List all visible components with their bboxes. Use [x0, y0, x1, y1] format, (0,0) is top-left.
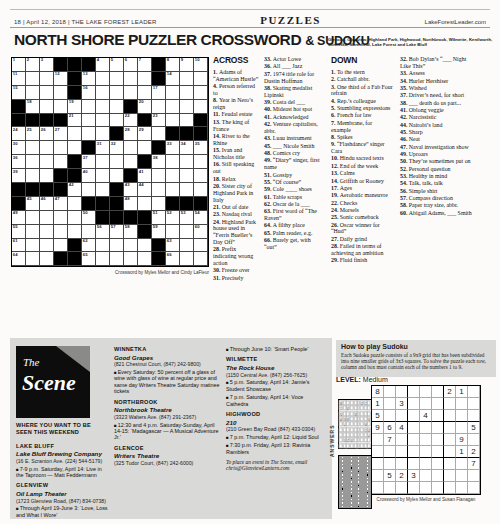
clue: 12. End of the week	[331, 163, 393, 170]
sudoku-empty-cell	[456, 398, 468, 410]
mini-answer-cell	[362, 466, 364, 469]
scene-city: LAKE BLUFF	[16, 443, 108, 450]
clue: 33. Actor Lowe	[264, 56, 323, 63]
sudoku-empty-cell	[372, 458, 384, 470]
clue: 20. Sister city of Highland Park in Ital…	[213, 183, 261, 204]
sudoku-given-cell: 2	[396, 470, 408, 482]
sudoku-empty-cell	[432, 470, 444, 482]
crossword-cell	[40, 100, 54, 114]
mini-answer-cell	[344, 473, 346, 476]
crossword-black-cell	[40, 183, 54, 197]
clue: 6. French for law	[331, 112, 393, 119]
mini-answer-cell	[348, 470, 350, 473]
crossword-cell: 43	[124, 183, 138, 197]
crossword-cell: 18	[26, 100, 40, 114]
mini-answer-cell	[341, 480, 343, 483]
mini-answer-cell	[339, 463, 341, 466]
scene-section: GLENVIEWOil Lamp Theater(1723 Glenview R…	[16, 482, 108, 518]
clue: 60. Abigail Adams, ___ Smith	[400, 210, 475, 217]
clue: 54. Talk, talk, talk	[400, 180, 475, 187]
mini-answer-cell	[348, 459, 350, 462]
clue: 38. Skating medalist Lipinski	[264, 85, 323, 99]
scene-event-item: 7:30 p.m. Friday, April 13: Ravinia Ramb…	[226, 442, 326, 455]
mini-answer-cell	[346, 477, 348, 480]
clue: 46. Neat	[400, 136, 475, 143]
mini-answer-cell	[364, 491, 366, 494]
mini-answer-cell	[344, 459, 346, 462]
sudoku-grid: 8211354964579127523	[371, 385, 481, 495]
crossword-cell	[54, 100, 68, 114]
crossword-cell: 25	[26, 127, 40, 141]
the-scene-logo: The Scene	[16, 346, 90, 418]
mini-answer-cell	[357, 459, 359, 462]
sudoku-empty-cell	[432, 482, 444, 494]
crossword-cell	[40, 169, 54, 183]
scene-venue: Lake Bluff Brewing Company	[16, 450, 108, 457]
mini-answer-cell	[339, 473, 341, 476]
masthead: 18 | April 12, 2018 | THE LAKE FOREST LE…	[14, 14, 486, 26]
mini-answer-cell	[344, 491, 346, 494]
scene-city: HIGHWOOD	[226, 411, 326, 418]
mini-answer-cell	[339, 494, 341, 497]
mini-answer-cell	[362, 463, 364, 466]
clue: 15. Ivan and Nicholas title	[213, 147, 261, 161]
clue: 59. Cole ____ shoes	[264, 186, 323, 193]
crossword-cell: 23	[152, 114, 166, 128]
crossword-cell: 30	[12, 141, 26, 155]
crossword-cell	[68, 225, 82, 239]
logo-scene: Scene	[22, 370, 76, 396]
mini-answer-cell	[357, 480, 359, 483]
mini-answer-cell	[348, 484, 350, 487]
mini-answer-cell	[346, 470, 348, 473]
clue: 1. Adams of “American Hustle”	[213, 69, 261, 83]
crossword-cell	[96, 239, 110, 253]
crossword-cell	[138, 86, 152, 100]
mini-answer-cell	[355, 480, 357, 483]
crossword-cell: 60	[194, 225, 208, 239]
title-crossword: NORTH SHORE PUZZLER CROSSWORD	[14, 31, 301, 49]
mini-answer-cell	[360, 459, 362, 462]
sudoku-empty-cell	[384, 482, 396, 494]
mini-answer-cell	[362, 473, 364, 476]
sudoku-empty-cell	[468, 434, 480, 446]
sudoku-empty-cell	[420, 470, 432, 482]
crossword-black-cell	[54, 114, 68, 128]
mini-answer-cell	[366, 487, 368, 490]
website-url: LakeForestLeader.com	[425, 19, 486, 25]
mini-answer-cell	[350, 505, 352, 508]
scene-address: (3323 Walters Ave. (847) 291-2367)	[114, 414, 220, 420]
mini-answer-cell	[353, 501, 355, 504]
clue: 4. Rep.’s colleague	[331, 98, 393, 105]
clue: 10. Hindu sacred texts	[331, 155, 393, 162]
sudoku-empty-cell	[396, 482, 408, 494]
mini-answer-cell	[341, 505, 343, 508]
mini-answer-cell	[344, 463, 346, 466]
crossword-cell	[124, 72, 138, 86]
crossword-cell	[180, 100, 194, 114]
clue: 36. All ___ Jazz	[264, 63, 323, 70]
mini-answer-cell	[350, 459, 352, 462]
crossword-black-cell	[124, 100, 138, 114]
clue: 8. Year in Nero’s reign	[213, 97, 261, 111]
crossword-cell: 47	[54, 197, 68, 211]
crossword-cell: 14	[166, 72, 180, 86]
sudoku-empty-cell	[408, 482, 420, 494]
mini-answer-cell	[346, 494, 348, 497]
mini-answer-cell	[369, 505, 371, 508]
crossword-cell	[82, 183, 96, 197]
crossword-black-cell	[110, 183, 124, 197]
crossword-black-cell	[124, 169, 138, 183]
clue: 33. Assess	[400, 70, 475, 77]
mini-answer-cell	[346, 466, 348, 469]
crossword-cell: 13	[82, 72, 96, 86]
sudoku-empty-cell	[396, 410, 408, 422]
crossword-cell	[110, 114, 124, 128]
crossword-cell	[54, 155, 68, 169]
sudoku-empty-cell	[372, 434, 384, 446]
crossword-cell	[166, 183, 180, 197]
crossword-black-cell	[166, 127, 180, 141]
crossword-cell	[110, 252, 124, 266]
clue: 52. Personal question	[400, 166, 475, 173]
crossword-cell: 42	[68, 183, 82, 197]
crossword-black-cell	[68, 86, 82, 100]
crossword-cell	[40, 239, 54, 253]
scene-address: (16 E. Scranton Ave. (224) 544-5179)	[16, 458, 108, 464]
clue: 53. Healthy in mind	[400, 173, 475, 180]
crossword-cell	[124, 239, 138, 253]
crossword-black-cell	[96, 211, 110, 225]
crossword-cell	[194, 169, 208, 183]
clue: 4. Person referred to	[213, 83, 261, 97]
crossword-cell: 41	[138, 169, 152, 183]
clue: 55. “Of course”	[264, 179, 323, 186]
crossword-black-cell	[180, 127, 194, 141]
mini-answer-cell	[350, 501, 352, 504]
mini-answer-cell	[346, 487, 348, 490]
mini-answer-cell	[346, 505, 348, 508]
crossword-cell	[124, 86, 138, 100]
sudoku-empty-cell	[444, 446, 456, 458]
crossword-cell	[96, 86, 110, 100]
scene-city: GLENCOE	[114, 445, 220, 452]
crossword-cell: 46	[40, 197, 54, 211]
crossword-cell: 31	[96, 141, 110, 155]
scene-section: HIGHWOOD210(210 Green Bay Road (847) 433…	[226, 411, 326, 455]
crossword-cell	[152, 183, 166, 197]
clue: 29. Fluid finish	[331, 257, 393, 264]
crossword-black-cell	[68, 239, 82, 253]
clue: 49. Uproars	[400, 151, 475, 158]
sudoku-empty-cell	[432, 410, 444, 422]
crossword-cell	[110, 169, 124, 183]
mini-answer-cell	[348, 491, 350, 494]
clue: 19. Aerobatic maneuvre	[331, 192, 393, 199]
crossword-cell: 4	[96, 58, 110, 72]
clue: 44. Nairobi’s land	[400, 122, 475, 129]
crossword-cell	[54, 211, 68, 225]
scene-event-item: 7 p.m. Thursday, April 12: Liquid Soul	[226, 434, 326, 440]
mini-answer-cell	[344, 470, 346, 473]
crossword-cell: 15	[12, 86, 26, 100]
mini-answer-cell	[353, 459, 355, 462]
crossword-cell	[124, 141, 138, 155]
scene-address: (1150 Central Ave. (847) 256-7625)	[226, 372, 326, 378]
sudoku-given-cell: 1	[456, 446, 468, 458]
mini-answer-cell	[360, 487, 362, 490]
sudoku-given-cell: 5	[468, 422, 480, 434]
crossword-black-cell	[12, 114, 26, 128]
sudoku-empty-cell	[444, 410, 456, 422]
crossword-black-cell	[82, 58, 96, 72]
crossword-cell	[166, 169, 180, 183]
scene-event-item: 12:30 and 4 p.m. Saturday-Sunday, April …	[114, 422, 220, 441]
crossword-cell	[138, 72, 152, 86]
scene-event-item: Every Saturday: 50 percent off a glass o…	[114, 369, 220, 395]
sudoku-empty-cell	[408, 446, 420, 458]
mini-answer-cell	[344, 505, 346, 508]
sudoku-empty-cell	[408, 386, 420, 398]
clue: 47. Naval investigation show	[400, 144, 475, 151]
crossword-cell	[96, 155, 110, 169]
crossword-black-cell	[138, 225, 152, 239]
crossword-cell	[96, 72, 110, 86]
clue: 34. Hurler Hershiser	[400, 78, 475, 85]
clue: 13. Calms	[331, 170, 393, 177]
howto-body: Each Sudoku puzzle consists of a 9x9 gri…	[341, 352, 491, 371]
crossword-cell	[26, 169, 40, 183]
crossword-cell: 56	[96, 225, 110, 239]
mini-answer-cell	[355, 487, 357, 490]
scene-venue: 210	[226, 419, 326, 426]
sudoku-empty-cell	[420, 446, 432, 458]
crossword-black-cell	[26, 114, 40, 128]
mini-answer-cell	[353, 498, 355, 501]
crossword-black-cell	[194, 197, 208, 211]
clue: 61. Table scraps	[264, 194, 323, 201]
coverage-cities: Glencoe, Glenview, Highland Park, Highwo…	[328, 37, 496, 48]
scene-section: WINNETKAGood Grapes(821 Chestnut Court, …	[114, 346, 220, 395]
crossword-cell: 22	[124, 114, 138, 128]
mini-answer-cell	[346, 473, 348, 476]
crossword-cell	[68, 211, 82, 225]
sudoku-empty-cell	[456, 458, 468, 470]
sudoku-byline: Crossword by Myles Mellor and Susan Flan…	[360, 497, 492, 502]
crossword-cell	[82, 127, 96, 141]
mini-answer-cell	[355, 459, 357, 462]
mini-answer-cell	[362, 505, 364, 508]
mini-answer-cell	[366, 505, 368, 508]
crossword-cell: 51	[152, 211, 166, 225]
clue: 2. Catchall abbr.	[331, 76, 393, 83]
clue: 26. Oscar winner for “Hud”	[331, 222, 393, 236]
crossword-cell	[194, 86, 208, 100]
mini-answer-cell	[360, 466, 362, 469]
mini-answer-cell	[350, 484, 352, 487]
sudoku-empty-cell	[432, 386, 444, 398]
crossword-cell	[110, 86, 124, 100]
crossword-cell: 45	[26, 197, 40, 211]
sudoku-empty-cell	[408, 458, 420, 470]
crossword-black-cell	[110, 127, 124, 141]
crossword-cell	[96, 183, 110, 197]
clue: 49. “Diary” singer, first name	[264, 157, 323, 171]
mini-answer-cell	[344, 487, 346, 490]
scene-event-item: Through April 19-June 3: ‘Love, Loss and…	[16, 505, 108, 518]
mini-answer-cell	[341, 501, 343, 504]
sudoku-given-cell: 7	[468, 458, 480, 470]
mini-answer-cell	[364, 505, 366, 508]
mini-answer-cell	[353, 473, 355, 476]
crossword-cell	[82, 100, 96, 114]
crossword-cell	[110, 239, 124, 253]
crossword-cell: 40	[82, 169, 96, 183]
mini-answer-cell	[360, 480, 362, 483]
scene-submission-note: To place an event in The Scene, email ch…	[226, 459, 326, 472]
clue: 32. Bob Dylan’s “___ Night Like This”	[400, 56, 475, 70]
clue: 31. Precisely	[213, 275, 261, 282]
crossword-black-cell	[180, 197, 194, 211]
scene-city: WILMETTE	[226, 356, 326, 363]
sudoku-given-cell: 1	[372, 398, 384, 410]
mini-answer-cell	[353, 480, 355, 483]
clue: 64. A filthy place	[264, 222, 323, 229]
clue: 42. Venture capitalists, abbr.	[264, 121, 323, 135]
crossword-cell	[26, 72, 40, 86]
mini-answer-cell	[364, 459, 366, 462]
clue: 56. Simple shirt	[400, 188, 475, 195]
mini-answer-cell	[348, 477, 350, 480]
clue: 42. Narcissistic	[400, 114, 475, 121]
mini-answer-cell	[339, 470, 341, 473]
mini-answer-cell	[355, 470, 357, 473]
crossword-cell	[180, 239, 194, 253]
crossword-cell	[26, 225, 40, 239]
crossword-black-cell	[54, 252, 68, 266]
mini-answer-cell	[339, 466, 341, 469]
mini-answer-cell	[357, 470, 359, 473]
mini-answer-cell	[339, 501, 341, 504]
crossword-cell: 57	[110, 225, 124, 239]
crossword-grid: 1234567891011121314151617181920212223242…	[11, 57, 209, 267]
sudoku-empty-cell	[396, 458, 408, 470]
crossword-cell: 63	[166, 239, 180, 253]
mini-answer-cell	[341, 456, 343, 459]
mini-answer-cell	[348, 494, 350, 497]
mini-answer-cell	[350, 498, 352, 501]
level-label: LEVEL:	[336, 376, 361, 383]
clue: 38. ___ death do us part...	[400, 100, 475, 107]
mini-answer-cell	[344, 480, 346, 483]
clue: 22. Checks	[331, 200, 393, 207]
sudoku-empty-cell	[468, 410, 480, 422]
scene-venue: Northbrook Theatre	[114, 406, 220, 413]
masthead-rule	[10, 27, 490, 28]
mini-answer-cell	[348, 456, 350, 459]
crossword-cell	[194, 100, 208, 114]
crossword-black-cell	[124, 211, 138, 225]
sudoku-empty-cell	[372, 446, 384, 458]
sudoku-empty-cell	[432, 458, 444, 470]
sudoku-empty-cell	[444, 422, 456, 434]
mini-answer-cell	[366, 480, 368, 483]
scene-address: (210 Green Bay Road (847) 433-0304)	[226, 426, 326, 432]
crossword-cell: 26	[40, 127, 54, 141]
crossword-cell: 52	[166, 211, 180, 225]
sudoku-empty-cell	[432, 398, 444, 410]
crossword-cell	[110, 155, 124, 169]
clue-list-header: DOWN	[331, 56, 393, 66]
crossword-cell	[26, 141, 40, 155]
mini-answer-cell	[355, 501, 357, 504]
scene-venue: Good Grapes	[114, 354, 220, 361]
clue: 11. Feudal estate	[213, 111, 261, 118]
mini-answer-cell	[362, 480, 364, 483]
crossword-cell	[194, 239, 208, 253]
mini-answer-cell	[348, 480, 350, 483]
crossword-cell	[180, 114, 194, 128]
crossword-cell: 54	[194, 211, 208, 225]
clue: 45. ___ Nicole Smith	[264, 143, 323, 150]
crossword-cell	[194, 155, 208, 169]
crossword-cell	[152, 197, 166, 211]
mini-answer-cell	[350, 477, 352, 480]
crossword-cell: 62	[82, 239, 96, 253]
mini-answer-cell	[364, 456, 366, 459]
mini-answer-cell	[360, 491, 362, 494]
sudoku-empty-cell	[420, 386, 432, 398]
crossword-cell	[194, 252, 208, 266]
mini-answer-cell	[357, 505, 359, 508]
sudoku-empty-cell	[396, 386, 408, 398]
sudoku-empty-cell	[420, 458, 432, 470]
mini-answer-cell	[341, 477, 343, 480]
sudoku-empty-cell	[456, 422, 468, 434]
clue: 30. Freeze over	[213, 267, 261, 274]
crossword-cell: 3	[40, 58, 54, 72]
crossword-cell	[124, 155, 138, 169]
clue: 35. Wished	[400, 85, 475, 92]
clue: 37. 1974 title role for Dustin Hoffman	[264, 71, 323, 85]
crossword-cell: 2	[26, 58, 40, 72]
crossword-cell: 55	[12, 225, 26, 239]
clue-list-header: ACROSS	[213, 56, 261, 66]
scene-event-item: Through June 10: ‘Smart People’	[226, 346, 326, 352]
crossword-cell: 38	[152, 155, 166, 169]
crossword-cell: 17	[152, 86, 166, 100]
crossword-cell	[180, 183, 194, 197]
mini-answer-cell	[339, 459, 341, 462]
mini-answer-cell	[362, 477, 364, 480]
clue: 63. First word of “The Raven”	[264, 208, 323, 222]
crossword-cell	[54, 86, 68, 100]
crossword-cell	[96, 100, 110, 114]
clue: 9. “Flashdance” singer Cara	[331, 141, 393, 155]
mini-answer-cell	[366, 456, 368, 459]
scene-address: (1723 Glenview Road, (847) 834-0738)	[16, 498, 108, 504]
sudoku-empty-cell	[468, 398, 480, 410]
across-clues-col2: 33. Actor Lowe36. All ___ Jazz37. 1974 t…	[264, 56, 323, 251]
clue: 41. Acknowledged	[264, 114, 323, 121]
mini-answer-cell	[341, 498, 343, 501]
mini-answer-cell	[348, 498, 350, 501]
mini-answer-cell	[344, 484, 346, 487]
mini-answer-cell	[360, 477, 362, 480]
mini-answer-cell	[350, 494, 352, 497]
